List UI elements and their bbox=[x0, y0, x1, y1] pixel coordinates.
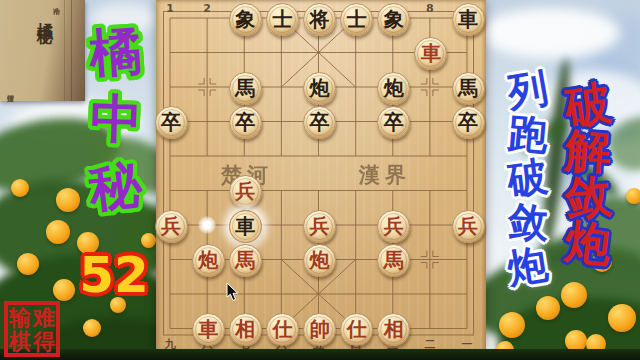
red-pawn[interactable]: 兵 bbox=[229, 175, 262, 208]
stamp-char: 输 bbox=[8, 305, 32, 329]
series-title-char: 中 bbox=[83, 92, 149, 161]
tangerine-fruit bbox=[561, 282, 587, 308]
black-pawn[interactable]: 卒 bbox=[229, 106, 262, 139]
red-cannon[interactable]: 炮 bbox=[192, 244, 225, 277]
xiangqi-board[interactable]: 123456789九八七六五四三二一 楚河 漢界 象士将士象車車馬炮炮馬卒卒卒卒… bbox=[156, 0, 486, 352]
black-pawn[interactable]: 卒 bbox=[303, 106, 336, 139]
red-general[interactable]: 帥 bbox=[303, 313, 336, 346]
black-elephant[interactable]: 象 bbox=[377, 3, 410, 36]
series-title-char: 橘 bbox=[82, 24, 151, 95]
red-advisor[interactable]: 仕 bbox=[266, 313, 299, 346]
black-rook[interactable]: 車 bbox=[229, 210, 262, 243]
book-cover-photo: 橘中秘 谱十八种 浙江徐信卿 bbox=[0, 0, 85, 101]
stamp-char: 难 bbox=[32, 305, 56, 329]
episode-number: 52 bbox=[78, 246, 150, 304]
tangerine-fruit bbox=[46, 220, 70, 244]
caption2-char: 跑 bbox=[500, 112, 556, 160]
black-rook[interactable]: 車 bbox=[452, 3, 485, 36]
book-binding-line bbox=[71, 0, 72, 101]
seal-stamp: 输 难 棋 得 bbox=[4, 301, 60, 357]
red-elephant[interactable]: 相 bbox=[229, 313, 262, 346]
red-pawn[interactable]: 兵 bbox=[452, 210, 485, 243]
red-pawn[interactable]: 兵 bbox=[303, 210, 336, 243]
tangerine-fruit bbox=[53, 279, 75, 301]
video-frame: 123456789九八七六五四三二一 楚河 漢界 象士将士象車車馬炮炮馬卒卒卒卒… bbox=[0, 0, 640, 360]
red-cannon[interactable]: 炮 bbox=[303, 244, 336, 277]
black-advisor[interactable]: 士 bbox=[266, 3, 299, 36]
caption2-char: 破 bbox=[500, 155, 557, 205]
tangerine-fruit bbox=[56, 188, 80, 212]
tangerine-fruit bbox=[536, 296, 560, 320]
top-file-label: 2 bbox=[199, 2, 215, 15]
caption-po-jie-lian-pao: 破解敛炮 bbox=[560, 82, 616, 266]
tangerine-fruit bbox=[11, 179, 29, 197]
black-pawn[interactable]: 卒 bbox=[155, 106, 188, 139]
black-horse[interactable]: 馬 bbox=[452, 72, 485, 105]
black-general[interactable]: 将 bbox=[303, 3, 336, 36]
last-move-origin-marker bbox=[198, 216, 216, 234]
book-cover-title: 橘中秘 bbox=[34, 10, 55, 19]
red-horse[interactable]: 馬 bbox=[229, 244, 262, 277]
tangerine-fruit bbox=[608, 304, 636, 332]
black-pawn[interactable]: 卒 bbox=[452, 106, 485, 139]
sky-cloud bbox=[480, 8, 620, 58]
caption1-char: 敛 bbox=[558, 172, 618, 223]
black-cannon[interactable]: 炮 bbox=[377, 72, 410, 105]
stamp-char: 得 bbox=[32, 329, 56, 353]
caption2-char: 敛 bbox=[501, 201, 555, 248]
caption2-char: 炮 bbox=[499, 242, 557, 294]
bottom-foliage-strip bbox=[0, 349, 640, 360]
red-rook[interactable]: 車 bbox=[192, 313, 225, 346]
red-pawn[interactable]: 兵 bbox=[155, 210, 188, 243]
black-horse[interactable]: 馬 bbox=[229, 72, 262, 105]
tangerine-fruit bbox=[83, 319, 101, 337]
river-text-han-jie: 漢界 bbox=[345, 161, 425, 189]
tangerine-fruit bbox=[626, 188, 640, 204]
black-elephant[interactable]: 象 bbox=[229, 3, 262, 36]
tangerine-fruit bbox=[17, 253, 39, 275]
caption-lie-pao-po-lian-pao: 列跑破敛炮 bbox=[502, 70, 554, 290]
red-pawn[interactable]: 兵 bbox=[377, 210, 410, 243]
red-advisor[interactable]: 仕 bbox=[340, 313, 373, 346]
series-title: 橘中秘 bbox=[84, 26, 148, 227]
stamp-char: 棋 bbox=[8, 329, 32, 353]
tangerine-fruit bbox=[499, 312, 525, 338]
mouse-cursor-icon bbox=[226, 283, 240, 306]
top-file-label: 8 bbox=[422, 2, 438, 15]
black-cannon[interactable]: 炮 bbox=[303, 72, 336, 105]
caption1-char: 炮 bbox=[557, 217, 618, 269]
top-file-label: 1 bbox=[162, 2, 178, 15]
black-advisor[interactable]: 士 bbox=[340, 3, 373, 36]
series-title-char: 秘 bbox=[80, 156, 152, 230]
book-binding-line bbox=[64, 0, 65, 101]
